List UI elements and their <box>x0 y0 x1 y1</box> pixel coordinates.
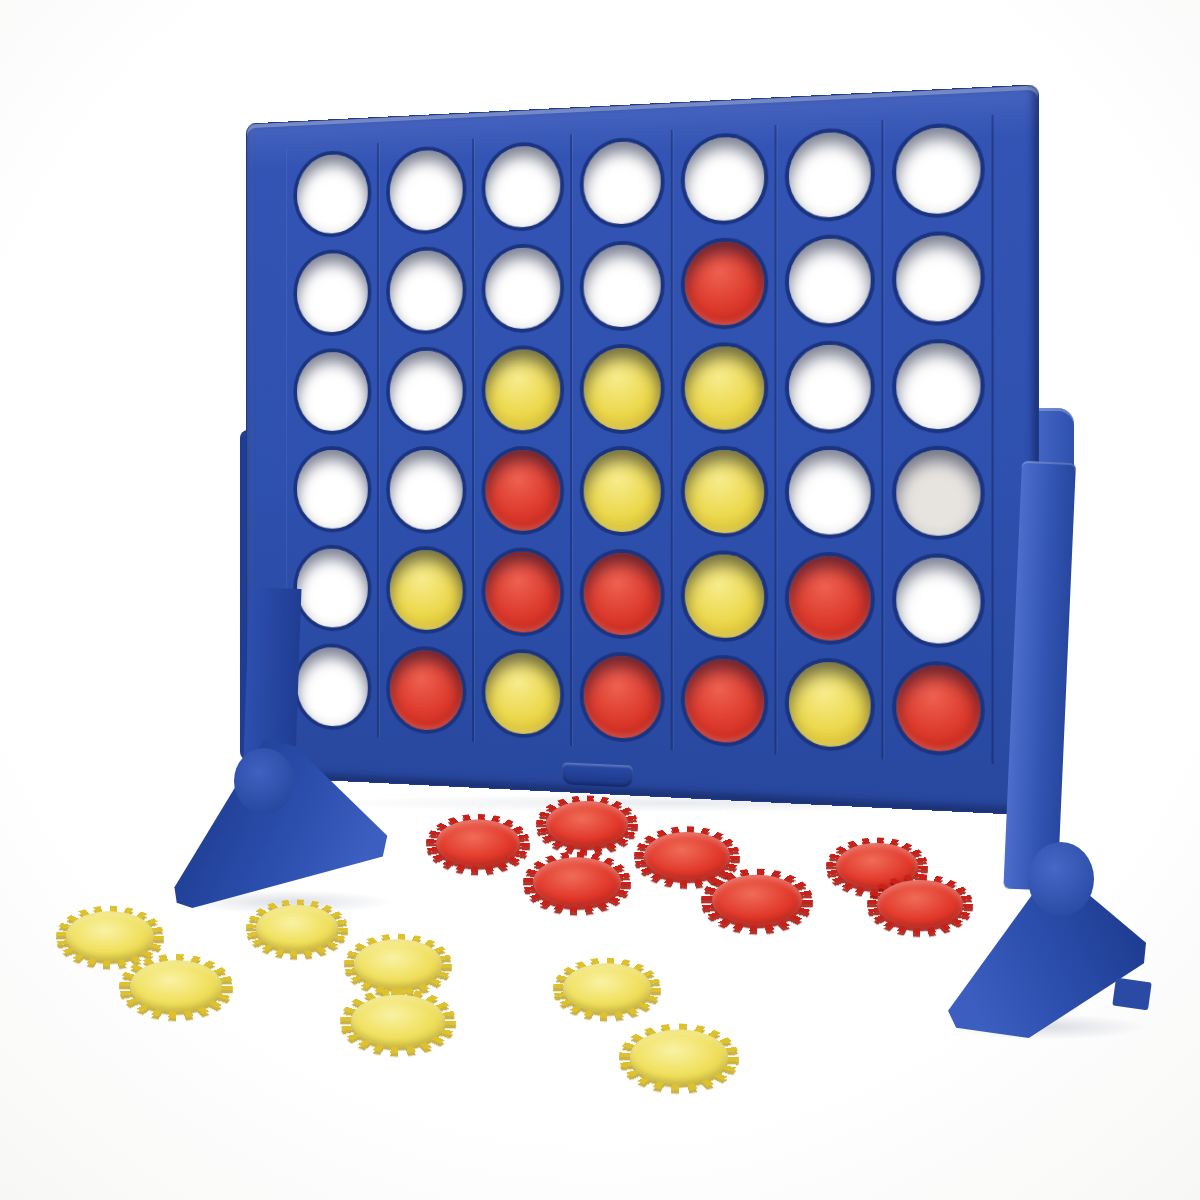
yellow-checker[interactable] <box>346 935 450 993</box>
red-checker[interactable] <box>538 797 636 852</box>
checker-face <box>630 1030 727 1085</box>
yellow-checker[interactable] <box>621 1025 737 1090</box>
checker-face <box>877 880 963 928</box>
checker-face <box>533 858 620 907</box>
yellow-checker[interactable] <box>121 955 231 1017</box>
loose-checkers-layer <box>0 0 1200 1200</box>
red-checker[interactable] <box>869 875 971 932</box>
red-checker[interactable] <box>703 870 811 930</box>
checker-face <box>546 801 628 847</box>
red-checker[interactable] <box>428 815 528 871</box>
red-checker[interactable] <box>525 853 629 911</box>
checker-face <box>256 905 338 951</box>
checker-face <box>66 912 153 961</box>
checker-face <box>351 995 445 1048</box>
checker-face <box>712 875 803 926</box>
checker-face <box>354 940 441 989</box>
checker-face <box>563 964 650 1013</box>
yellow-checker[interactable] <box>248 901 346 956</box>
yellow-checker[interactable] <box>555 959 659 1017</box>
yellow-checker[interactable] <box>342 990 454 1053</box>
checker-face <box>436 819 520 866</box>
checker-face <box>130 960 222 1012</box>
connect-four-scene <box>0 0 1200 1200</box>
